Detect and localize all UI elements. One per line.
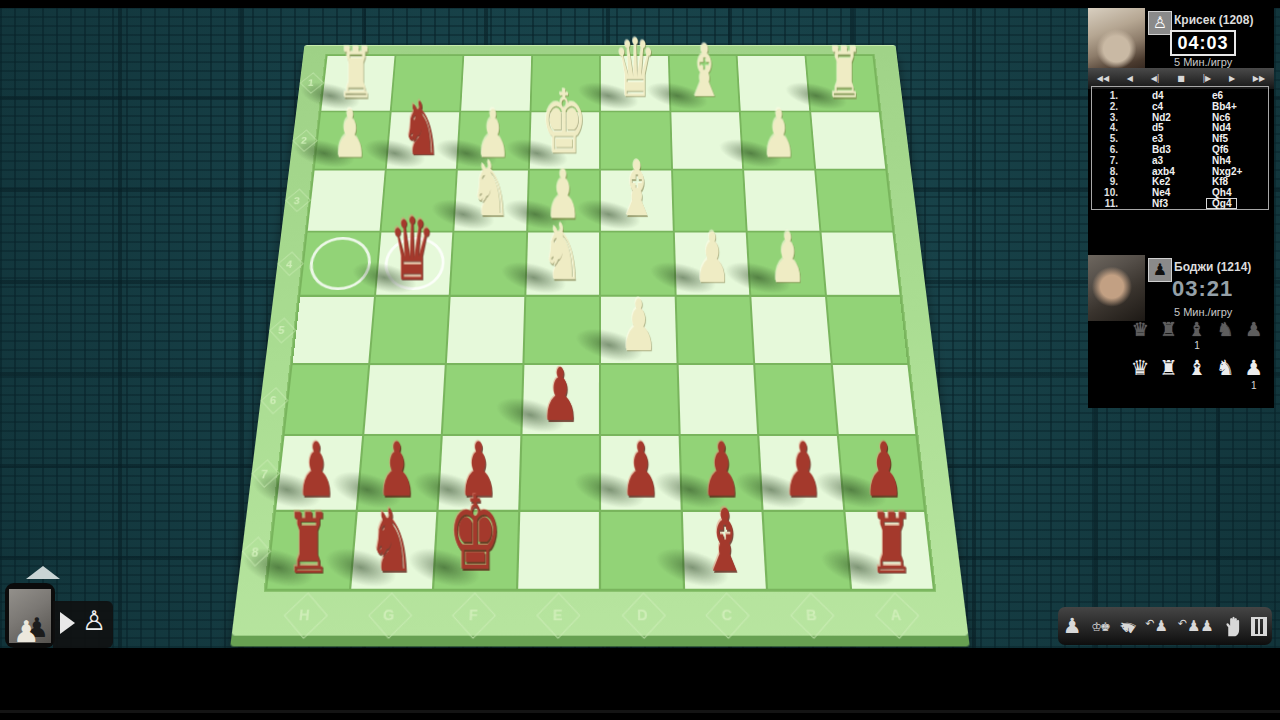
takeback-button[interactable]: ↶♟ xyxy=(1145,618,1168,634)
captured-piece-icon: ♝ xyxy=(1183,318,1211,340)
captured-count xyxy=(1126,380,1154,391)
captured-white-Q: ♛ xyxy=(1126,356,1154,391)
piece-wN-e4[interactable]: ♞ xyxy=(542,214,583,292)
captured-piece-icon: ♛ xyxy=(1126,318,1154,340)
captured-black-N: ♞ xyxy=(1211,318,1239,351)
player-black-clock: 03:21 xyxy=(1172,276,1233,302)
captured-piece-icon: ♜ xyxy=(1154,318,1182,340)
game-board-list-button[interactable] xyxy=(1251,617,1267,636)
board-platform: ♜♛♝♜♟♞♟♚♟♞♟♝♛♞♟♟♟♟♟♟♟♟♟♟♟♜♞♚♝♜ HGFEDCBA1… xyxy=(232,45,969,636)
app-window: ♜♛♝♜♟♞♟♚♟♞♟♝♛♞♟♟♟♟♟♟♟♟♟♟♟♜♞♚♝♜ HGFEDCBA1… xyxy=(0,0,1280,720)
player-black-name: Боджи (1214) xyxy=(1174,260,1251,274)
rank-label-5: 5 xyxy=(277,321,285,338)
vcr-stop-button[interactable]: ■ xyxy=(1177,74,1185,83)
file-label-D: D xyxy=(637,604,648,625)
square-d5[interactable]: ♟ xyxy=(601,297,676,363)
piece-wP-b2[interactable]: ♟ xyxy=(761,100,796,166)
square-h5[interactable] xyxy=(293,297,374,363)
captured-count xyxy=(1154,340,1182,351)
move-row-11.: 11.Nf3Qg4 xyxy=(1092,198,1268,209)
captured-piece-icon: ♟ xyxy=(1240,318,1268,340)
captured-piece-icon: ♛ xyxy=(1126,356,1154,380)
black-move[interactable]: Qg4 xyxy=(1188,198,1268,209)
rank-label-3: 3 xyxy=(293,192,301,208)
white-move[interactable]: Bd3 xyxy=(1124,144,1188,155)
piece-bB-c8[interactable]: ♝ xyxy=(702,499,747,585)
white-move[interactable]: Ne4 xyxy=(1124,187,1188,198)
board-panel-icon xyxy=(1251,617,1267,636)
move-row-3.: 3.Nd2Nc6 xyxy=(1092,112,1268,123)
move-number: 3. xyxy=(1092,112,1124,123)
vcr-rewind-button[interactable]: ◀ xyxy=(1127,74,1133,83)
chess-board[interactable]: ♜♛♝♜♟♞♟♚♟♞♟♝♛♞♟♟♟♟♟♟♟♟♟♟♟♜♞♚♝♜ HGFEDCBA1… xyxy=(232,45,969,636)
captured-white-R: ♜ xyxy=(1154,356,1182,391)
resign-button[interactable]: ♞ xyxy=(1119,617,1136,636)
black-move[interactable]: Nh4 xyxy=(1188,155,1268,166)
piece-wK-e2[interactable]: ♚ xyxy=(541,78,587,166)
captured-black-Q: ♛ xyxy=(1126,318,1154,351)
move-row-4.: 4.d5Nd4 xyxy=(1092,122,1268,133)
captured-piece-icon: ♝ xyxy=(1183,356,1211,380)
square-h3[interactable] xyxy=(308,171,384,231)
square-a6[interactable] xyxy=(832,365,915,434)
pawn-button[interactable]: ♙ xyxy=(82,605,106,636)
captured-count xyxy=(1211,380,1239,391)
offer-draw-button[interactable] xyxy=(1223,615,1241,638)
redo-pieces-icon: ♟♟ xyxy=(1187,617,1214,635)
move-number: 11. xyxy=(1092,198,1124,209)
captured-white-N: ♞ xyxy=(1211,356,1239,391)
square-d6[interactable] xyxy=(601,365,678,434)
move-list[interactable]: 1.d4e62.c4Bb4+3.Nd2Nc64.d5Nd45.e3Nf56.Bd… xyxy=(1091,86,1269,210)
piece-wN-f3[interactable]: ♞ xyxy=(470,152,510,228)
piece-bP-b7[interactable]: ♟ xyxy=(783,431,822,506)
move-row-5.: 5.e3Nf5 xyxy=(1092,133,1268,144)
piece-bR-h8[interactable]: ♜ xyxy=(286,502,330,585)
move-row-8.: 8.axb4Nxg2+ xyxy=(1092,166,1268,177)
captured-count: 1 xyxy=(1183,340,1211,351)
square-f5[interactable] xyxy=(447,297,524,363)
white-move[interactable]: d4 xyxy=(1124,90,1188,101)
piece-bN-g8[interactable]: ♞ xyxy=(369,499,414,585)
minimized-game-thumbnail[interactable]: ♟ ♟ xyxy=(5,583,55,648)
move-number: 5. xyxy=(1092,133,1124,144)
undo-arrow-icon: ↶ xyxy=(1178,617,1187,630)
black-side-icon: ♟ xyxy=(1148,258,1172,282)
square-c1[interactable]: ♝ xyxy=(669,56,739,110)
board-scene: ♜♛♝♜♟♞♟♚♟♞♟♝♛♞♟♟♟♟♟♟♟♟♟♟♟♜♞♚♝♜ HGFEDCBA1… xyxy=(272,0,928,616)
captured-count xyxy=(1154,380,1182,391)
player-white-clock: 04:03 xyxy=(1170,30,1236,56)
captured-black-R: ♜ xyxy=(1154,318,1182,351)
move-row-2.: 2.c4Bb4+ xyxy=(1092,101,1268,112)
piece-bN-g2[interactable]: ♞ xyxy=(402,92,441,166)
move-number: 7. xyxy=(1092,155,1124,166)
piece-bP-d7[interactable]: ♟ xyxy=(621,431,660,506)
square-e8[interactable] xyxy=(518,511,599,588)
square-g5[interactable] xyxy=(370,297,449,363)
square-e4[interactable]: ♞ xyxy=(526,232,599,295)
piece-bR-a8[interactable]: ♜ xyxy=(870,502,914,585)
bottom-black-strip xyxy=(0,648,1280,720)
captured-black-pieces-row: ♛♜♝1♞♟ xyxy=(1126,318,1268,351)
piece-wP-h2[interactable]: ♟ xyxy=(333,100,368,166)
move-number: 10. xyxy=(1092,187,1124,198)
captured-count xyxy=(1240,340,1268,351)
captured-piece-icon: ♞ xyxy=(1211,318,1239,340)
piece-wP-c4[interactable]: ♟ xyxy=(694,223,730,292)
rank-label-2: 2 xyxy=(300,132,308,147)
player-white-avatar xyxy=(1088,8,1145,74)
square-f8[interactable]: ♚ xyxy=(434,511,517,588)
white-move[interactable]: a3 xyxy=(1124,155,1188,166)
pawns-photo: ♟ ♟ xyxy=(9,589,51,643)
file-label-A: A xyxy=(889,604,902,625)
white-pawn-icon: ♟ xyxy=(13,617,40,643)
new-game-button[interactable]: ♟ xyxy=(1063,616,1082,637)
player-black-avatar xyxy=(1088,255,1145,321)
undo-arrow-icon: ↶ xyxy=(1145,617,1154,630)
square-b5[interactable] xyxy=(751,297,830,363)
players-button[interactable]: ♔♚ xyxy=(1091,618,1109,634)
black-move[interactable]: Nc6 xyxy=(1188,112,1268,123)
bottom-toolbar: ♟♔♚♞↶♟↶♟♟ xyxy=(1058,607,1272,645)
move-number: 9. xyxy=(1092,176,1124,187)
square-c6[interactable] xyxy=(678,365,757,434)
piece-wP-b4[interactable]: ♟ xyxy=(769,223,805,292)
vcr-step-back-button[interactable]: ◀| xyxy=(1151,74,1160,83)
file-label-B: B xyxy=(805,604,817,625)
white-time-control: 5 Мин./игру xyxy=(1174,56,1232,68)
square-e6[interactable]: ♟ xyxy=(522,365,599,434)
captured-count: 1 xyxy=(1240,380,1268,391)
white-move[interactable]: Ke2 xyxy=(1124,176,1188,187)
black-move[interactable]: Qh4 xyxy=(1188,187,1268,198)
captured-piece-icon: ♞ xyxy=(1211,356,1239,380)
piece-bK-f8[interactable]: ♚ xyxy=(448,483,502,585)
board-squares[interactable]: ♜♛♝♜♟♞♟♚♟♞♟♝♛♞♟♟♟♟♟♟♟♟♟♟♟♜♞♚♝♜ xyxy=(264,54,937,593)
bottom-divider xyxy=(0,710,1280,713)
captured-piece-icon: ♜ xyxy=(1154,356,1182,380)
white-move[interactable]: axb4 xyxy=(1124,166,1188,177)
square-h6[interactable] xyxy=(285,365,368,434)
captured-count xyxy=(1183,380,1211,391)
black-move[interactable]: Nxg2+ xyxy=(1188,166,1268,177)
mini-controls-panel: ♙ xyxy=(53,601,113,648)
captured-count xyxy=(1126,340,1154,351)
vcr-jump-to-start-button[interactable]: ◀◀ xyxy=(1097,74,1109,83)
current-move-box[interactable]: Qg4 xyxy=(1206,198,1237,209)
black-move[interactable]: e6 xyxy=(1188,90,1268,101)
square-c5[interactable] xyxy=(676,297,753,363)
black-move[interactable]: Nd4 xyxy=(1188,122,1268,133)
vcr-step-forward-button[interactable]: |▶ xyxy=(1202,74,1211,83)
square-a8[interactable]: ♜ xyxy=(845,511,933,588)
square-a2[interactable] xyxy=(811,112,886,169)
square-c8[interactable]: ♝ xyxy=(682,511,765,588)
rank-label-1: 1 xyxy=(307,75,314,89)
file-label-F: F xyxy=(468,604,478,625)
square-a3[interactable] xyxy=(816,171,892,231)
piece-wB-c1[interactable]: ♝ xyxy=(686,35,724,107)
white-move[interactable]: Nd2 xyxy=(1124,112,1188,123)
black-move[interactable]: Bb4+ xyxy=(1188,101,1268,112)
captured-black-P: ♟ xyxy=(1240,318,1268,351)
captured-piece-icon: ♟ xyxy=(1240,356,1268,380)
play-button[interactable] xyxy=(60,612,75,634)
piece-bQ-g4[interactable]: ♛ xyxy=(390,206,435,292)
undo-piece-icon: ♟ xyxy=(1155,617,1168,635)
pawn-icon: ♟ xyxy=(1063,614,1082,638)
hand-icon xyxy=(1223,615,1241,638)
white-side-icon: ♙ xyxy=(1148,11,1172,35)
black-move[interactable]: Nf5 xyxy=(1188,133,1268,144)
move-number: 8. xyxy=(1092,166,1124,177)
move-number: 6. xyxy=(1092,144,1124,155)
file-label-C: C xyxy=(721,604,732,625)
square-g4[interactable]: ♛ xyxy=(376,232,453,295)
square-b2[interactable]: ♟ xyxy=(741,112,814,169)
captured-white-P: ♟1 xyxy=(1240,356,1268,391)
white-move[interactable]: e3 xyxy=(1124,133,1188,144)
square-a1[interactable]: ♜ xyxy=(806,56,879,110)
square-d3[interactable]: ♝ xyxy=(601,171,672,231)
move-number: 1. xyxy=(1092,90,1124,101)
captured-white-pieces-row: ♛♜♝♞♟1 xyxy=(1126,356,1268,391)
vcr-play-button[interactable]: ▶ xyxy=(1229,74,1235,83)
file-label-H: H xyxy=(298,604,311,625)
square-a5[interactable] xyxy=(827,297,908,363)
move-row-9.: 9.Ke2Kf8 xyxy=(1092,176,1268,187)
square-a4[interactable] xyxy=(821,232,900,295)
white-move[interactable]: c4 xyxy=(1124,101,1188,112)
game-panel: ♙ Крисек (1208) 04:03 5 Мин./игру ◀◀◀◀|■… xyxy=(1088,8,1274,408)
square-g6[interactable] xyxy=(364,365,445,434)
vcr-jump-to-end-button[interactable]: ▶▶ xyxy=(1253,74,1265,83)
square-b4[interactable]: ♟ xyxy=(748,232,825,295)
piece-bP-e6[interactable]: ♟ xyxy=(541,358,579,431)
move-number: 2. xyxy=(1092,101,1124,112)
black-time-control: 5 Мин./игру xyxy=(1174,306,1232,318)
piece-wR-a1[interactable]: ♜ xyxy=(826,38,863,108)
rank-label-6: 6 xyxy=(269,390,278,408)
player-white-name: Крисек (1208) xyxy=(1174,13,1253,27)
replay-moves-button[interactable]: ↶♟♟ xyxy=(1178,618,1214,634)
move-number: 4. xyxy=(1092,122,1124,133)
piece-wB-d3[interactable]: ♝ xyxy=(617,152,657,228)
white-move[interactable]: d5 xyxy=(1124,122,1188,133)
move-row-6.: 6.Bd3Qf6 xyxy=(1092,144,1268,155)
captured-black-B: ♝1 xyxy=(1183,318,1211,351)
move-row-7.: 7.a3Nh4 xyxy=(1092,155,1268,166)
square-b6[interactable] xyxy=(755,365,836,434)
move-row-10.: 10.Ne4Qh4 xyxy=(1092,187,1268,198)
toppled-piece-icon: ♞ xyxy=(1114,614,1139,639)
captured-white-B: ♝ xyxy=(1183,356,1211,391)
collapse-arrow-icon[interactable] xyxy=(26,566,60,579)
file-label-E: E xyxy=(553,604,563,625)
captured-count xyxy=(1211,340,1239,351)
black-move[interactable]: Kf8 xyxy=(1188,176,1268,187)
piece-wP-d5[interactable]: ♟ xyxy=(620,289,657,360)
black-move[interactable]: Qf6 xyxy=(1188,144,1268,155)
move-row-1.: 1.d4e6 xyxy=(1092,90,1268,101)
white-move[interactable]: Nf3 xyxy=(1124,198,1188,209)
two-kings-icon: ♔♚ xyxy=(1091,620,1109,634)
file-label-G: G xyxy=(382,604,395,625)
rank-label-4: 4 xyxy=(285,255,293,271)
piece-wQ-d1[interactable]: ♛ xyxy=(614,27,656,107)
